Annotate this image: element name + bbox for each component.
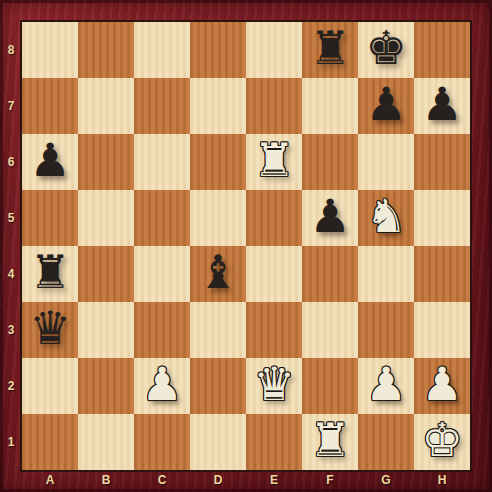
square-e2[interactable]: ♛: [246, 358, 302, 414]
square-g1[interactable]: [358, 414, 414, 470]
square-g3[interactable]: [358, 302, 414, 358]
file-label-g: G: [358, 469, 414, 490]
piece-white-rook-f1[interactable]: ♜: [309, 417, 350, 463]
square-e4[interactable]: [246, 246, 302, 302]
piece-black-pawn-f5[interactable]: ♟: [309, 193, 350, 239]
square-b3[interactable]: [78, 302, 134, 358]
square-c2[interactable]: ♟: [134, 358, 190, 414]
square-h5[interactable]: [414, 190, 470, 246]
square-g8[interactable]: ♚: [358, 22, 414, 78]
piece-white-knight-g5[interactable]: ♞: [365, 193, 406, 239]
square-d5[interactable]: [190, 190, 246, 246]
square-d4[interactable]: ♝: [190, 246, 246, 302]
square-d2[interactable]: [190, 358, 246, 414]
piece-black-bishop-d4[interactable]: ♝: [197, 249, 238, 295]
piece-black-pawn-a6[interactable]: ♟: [29, 137, 70, 183]
square-f4[interactable]: [302, 246, 358, 302]
square-c8[interactable]: [134, 22, 190, 78]
square-d8[interactable]: [190, 22, 246, 78]
file-label-a: A: [22, 469, 78, 490]
file-label-b: B: [78, 469, 134, 490]
square-d3[interactable]: [190, 302, 246, 358]
piece-white-pawn-h2[interactable]: ♟: [421, 361, 462, 407]
square-e3[interactable]: [246, 302, 302, 358]
square-c4[interactable]: [134, 246, 190, 302]
piece-white-pawn-g2[interactable]: ♟: [365, 361, 406, 407]
square-b8[interactable]: [78, 22, 134, 78]
chess-board: ♜♚♟♟♟♜♟♞♜♝♛♟♛♟♟♜♚: [22, 22, 470, 470]
file-label-e: E: [246, 469, 302, 490]
square-e5[interactable]: [246, 190, 302, 246]
square-d6[interactable]: [190, 134, 246, 190]
file-label-f: F: [302, 469, 358, 490]
square-e7[interactable]: [246, 78, 302, 134]
rank-label-5: 5: [0, 190, 22, 246]
square-f3[interactable]: [302, 302, 358, 358]
square-a6[interactable]: ♟: [22, 134, 78, 190]
rank-label-6: 6: [0, 134, 22, 190]
square-c6[interactable]: [134, 134, 190, 190]
square-e1[interactable]: [246, 414, 302, 470]
piece-black-king-g8[interactable]: ♚: [365, 25, 406, 71]
square-f2[interactable]: [302, 358, 358, 414]
square-b5[interactable]: [78, 190, 134, 246]
square-a3[interactable]: ♛: [22, 302, 78, 358]
square-f6[interactable]: [302, 134, 358, 190]
square-h4[interactable]: [414, 246, 470, 302]
square-e6[interactable]: ♜: [246, 134, 302, 190]
rank-label-8: 8: [0, 22, 22, 78]
piece-white-rook-e6[interactable]: ♜: [253, 137, 294, 183]
piece-white-king-h1[interactable]: ♚: [421, 417, 462, 463]
square-g2[interactable]: ♟: [358, 358, 414, 414]
square-c5[interactable]: [134, 190, 190, 246]
square-a7[interactable]: [22, 78, 78, 134]
square-b2[interactable]: [78, 358, 134, 414]
rank-label-1: 1: [0, 414, 22, 470]
file-label-h: H: [414, 469, 470, 490]
square-c7[interactable]: [134, 78, 190, 134]
square-f7[interactable]: [302, 78, 358, 134]
square-e8[interactable]: [246, 22, 302, 78]
rank-label-3: 3: [0, 302, 22, 358]
square-d1[interactable]: [190, 414, 246, 470]
square-h3[interactable]: [414, 302, 470, 358]
square-c1[interactable]: [134, 414, 190, 470]
file-label-c: C: [134, 469, 190, 490]
square-g4[interactable]: [358, 246, 414, 302]
file-label-d: D: [190, 469, 246, 490]
square-a8[interactable]: [22, 22, 78, 78]
square-d7[interactable]: [190, 78, 246, 134]
piece-black-pawn-g7[interactable]: ♟: [365, 81, 406, 127]
square-b4[interactable]: [78, 246, 134, 302]
square-f8[interactable]: ♜: [302, 22, 358, 78]
square-f5[interactable]: ♟: [302, 190, 358, 246]
piece-black-pawn-h7[interactable]: ♟: [421, 81, 462, 127]
square-g5[interactable]: ♞: [358, 190, 414, 246]
square-h6[interactable]: [414, 134, 470, 190]
piece-white-queen-e2[interactable]: ♛: [253, 361, 294, 407]
square-g7[interactable]: ♟: [358, 78, 414, 134]
square-h7[interactable]: ♟: [414, 78, 470, 134]
square-h1[interactable]: ♚: [414, 414, 470, 470]
rank-label-7: 7: [0, 78, 22, 134]
rank-label-2: 2: [0, 358, 22, 414]
rank-label-4: 4: [0, 246, 22, 302]
square-a4[interactable]: ♜: [22, 246, 78, 302]
square-a2[interactable]: [22, 358, 78, 414]
piece-black-queen-a3[interactable]: ♛: [29, 305, 70, 351]
square-a5[interactable]: [22, 190, 78, 246]
square-h2[interactable]: ♟: [414, 358, 470, 414]
piece-white-pawn-c2[interactable]: ♟: [141, 361, 182, 407]
square-g6[interactable]: [358, 134, 414, 190]
square-b1[interactable]: [78, 414, 134, 470]
square-h8[interactable]: [414, 22, 470, 78]
piece-black-rook-f8[interactable]: ♜: [309, 25, 350, 71]
square-b6[interactable]: [78, 134, 134, 190]
square-f1[interactable]: ♜: [302, 414, 358, 470]
piece-black-rook-a4[interactable]: ♜: [29, 249, 70, 295]
square-c3[interactable]: [134, 302, 190, 358]
chess-app: ♜♚♟♟♟♜♟♞♜♝♛♟♛♟♟♜♚ 87654321ABCDEFGH: [0, 0, 492, 492]
square-a1[interactable]: [22, 414, 78, 470]
square-b7[interactable]: [78, 78, 134, 134]
